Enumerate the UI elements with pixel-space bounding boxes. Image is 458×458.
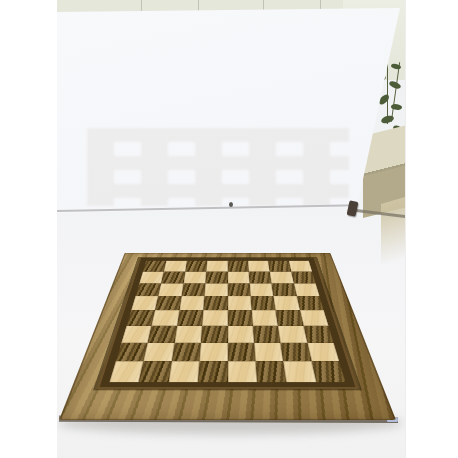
square-r3c1-dark bbox=[135, 283, 161, 296]
square-r7c3-dark bbox=[172, 343, 201, 362]
square-r5c2-light bbox=[152, 310, 180, 325]
square-r7c2-light bbox=[144, 343, 175, 362]
screw-detail bbox=[229, 202, 233, 207]
square-r7c4-light bbox=[200, 343, 228, 362]
square-r4c5-light bbox=[228, 296, 252, 310]
square-r3c3-dark bbox=[181, 283, 205, 296]
square-r1c1-dark bbox=[143, 261, 167, 272]
square-r4c1-light bbox=[131, 296, 158, 310]
square-r5c7-dark bbox=[276, 310, 304, 325]
square-r6c7-light bbox=[278, 326, 307, 343]
square-r2c7-light bbox=[270, 271, 294, 283]
square-r2c5-light bbox=[228, 271, 250, 283]
square-r8c6-dark bbox=[255, 361, 286, 382]
board-reflection bbox=[87, 128, 349, 206]
square-r8c8-dark bbox=[311, 361, 345, 382]
floor-tile-strip bbox=[381, 197, 405, 266]
square-r6c5-light bbox=[228, 326, 255, 343]
square-r4c4-dark bbox=[203, 296, 227, 310]
wall-tile-seam bbox=[141, 0, 142, 11]
square-r3c7-dark bbox=[272, 283, 297, 296]
wall-tile-seam bbox=[198, 0, 199, 11]
square-r5c4-light bbox=[202, 310, 227, 325]
square-r6c6-dark bbox=[253, 326, 281, 343]
square-r1c3-dark bbox=[185, 261, 207, 272]
square-r2c8-dark bbox=[291, 271, 316, 283]
square-r6c1-light bbox=[121, 326, 151, 343]
square-r4c2-dark bbox=[155, 296, 181, 310]
square-r8c4-dark bbox=[198, 361, 228, 382]
photo-of-chessboard bbox=[0, 0, 458, 458]
square-r5c5-dark bbox=[228, 310, 253, 325]
chessboard bbox=[59, 253, 396, 420]
square-r4c7-light bbox=[274, 296, 300, 310]
square-r2c6-dark bbox=[249, 271, 272, 283]
square-r6c2-dark bbox=[148, 326, 177, 343]
square-r1c8-light bbox=[289, 261, 313, 272]
wall-tile-seam bbox=[263, 0, 264, 11]
square-r8c3-light bbox=[168, 361, 199, 382]
square-r5c8-light bbox=[300, 310, 329, 325]
square-r4c3-light bbox=[179, 296, 204, 310]
square-r3c4-light bbox=[204, 283, 227, 296]
square-r5c6-light bbox=[252, 310, 278, 325]
chessboard-frame bbox=[59, 253, 396, 420]
square-r3c5-dark bbox=[228, 283, 251, 296]
square-r2c3-light bbox=[183, 271, 206, 283]
square-r5c1-dark bbox=[127, 310, 156, 325]
square-r4c6-dark bbox=[251, 296, 276, 310]
square-r6c3-light bbox=[174, 326, 202, 343]
square-r8c2-dark bbox=[139, 361, 172, 382]
square-r3c2-light bbox=[158, 283, 183, 296]
square-r2c4-dark bbox=[205, 271, 227, 283]
square-r3c8-light bbox=[294, 283, 320, 296]
square-r2c2-dark bbox=[161, 271, 185, 283]
square-r1c7-dark bbox=[268, 261, 291, 272]
square-r1c6-light bbox=[248, 261, 270, 272]
square-r2c1-light bbox=[139, 271, 164, 283]
square-r7c8-light bbox=[307, 343, 339, 362]
square-r5c3-dark bbox=[177, 310, 203, 325]
square-r7c6-light bbox=[254, 343, 283, 362]
metal-bracket bbox=[347, 200, 359, 217]
square-r7c7-dark bbox=[281, 343, 312, 362]
square-r6c8-dark bbox=[303, 326, 333, 343]
square-r1c5-dark bbox=[228, 261, 249, 272]
square-r4c8-dark bbox=[297, 296, 324, 310]
square-r6c4-dark bbox=[201, 326, 228, 343]
square-r8c5-light bbox=[228, 361, 258, 382]
square-r3c6-light bbox=[250, 283, 274, 296]
square-r1c4-light bbox=[206, 261, 227, 272]
square-r7c5-dark bbox=[228, 343, 256, 362]
square-r1c2-light bbox=[164, 261, 187, 272]
photo-area bbox=[57, 0, 406, 458]
chessboard-grid bbox=[100, 258, 356, 387]
